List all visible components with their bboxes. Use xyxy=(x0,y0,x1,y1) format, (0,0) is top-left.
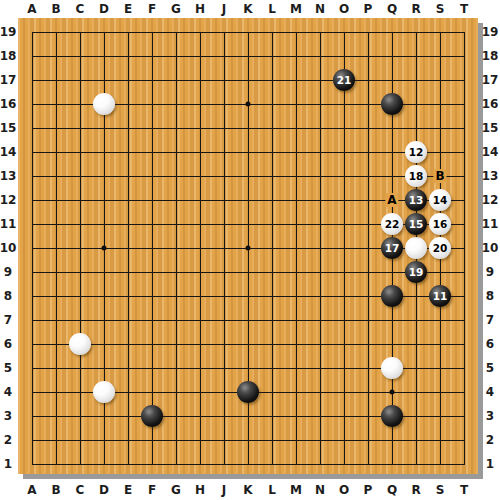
stone-white-R10 xyxy=(405,237,427,259)
coord-top-O: O xyxy=(339,2,349,16)
coord-right-10: 10 xyxy=(482,241,499,255)
move-number: 21 xyxy=(337,75,352,86)
coord-left-19: 19 xyxy=(0,25,16,39)
coord-right-4: 4 xyxy=(486,385,494,399)
marker-B: B xyxy=(433,169,446,183)
coord-bottom-T: T xyxy=(460,483,468,497)
star-point xyxy=(102,246,107,251)
coord-right-6: 6 xyxy=(486,337,494,351)
coord-bottom-L: L xyxy=(268,483,276,497)
grid-line-vertical xyxy=(272,32,273,465)
star-point xyxy=(246,246,251,251)
coord-top-H: H xyxy=(195,2,205,16)
coord-left-5: 5 xyxy=(4,361,12,375)
coord-top-B: B xyxy=(51,2,60,16)
coord-top-K: K xyxy=(243,2,252,16)
coord-top-E: E xyxy=(124,2,132,16)
coord-top-G: G xyxy=(171,2,181,16)
coord-right-2: 2 xyxy=(486,433,494,447)
coord-right-11: 11 xyxy=(482,217,499,231)
stone-black-F3 xyxy=(141,405,163,427)
grid-line-vertical xyxy=(464,32,465,465)
coord-left-1: 1 xyxy=(4,457,12,471)
grid-line-horizontal xyxy=(32,320,465,321)
stone-white-Q11: 22 xyxy=(381,213,403,235)
coord-left-12: 12 xyxy=(0,193,16,207)
stone-white-R14: 12 xyxy=(405,141,427,163)
marker-A: A xyxy=(385,193,398,207)
star-point xyxy=(390,390,395,395)
coord-right-7: 7 xyxy=(486,313,494,327)
coord-right-16: 16 xyxy=(482,97,499,111)
coord-left-14: 14 xyxy=(0,145,16,159)
stone-black-K4 xyxy=(237,381,259,403)
coord-bottom-M: M xyxy=(290,483,302,497)
stone-white-S12: 14 xyxy=(429,189,451,211)
coord-top-C: C xyxy=(76,2,85,16)
coord-right-18: 18 xyxy=(482,49,499,63)
coord-bottom-F: F xyxy=(148,483,156,497)
coord-right-12: 12 xyxy=(482,193,499,207)
stone-white-D4 xyxy=(93,381,115,403)
stone-white-R13: 18 xyxy=(405,165,427,187)
coord-left-6: 6 xyxy=(4,337,12,351)
stone-black-S8: 11 xyxy=(429,285,451,307)
coord-bottom-B: B xyxy=(51,483,60,497)
move-number: 13 xyxy=(409,195,424,206)
coord-top-T: T xyxy=(460,2,468,16)
coord-top-S: S xyxy=(436,2,445,16)
coord-right-17: 17 xyxy=(482,73,499,87)
coord-bottom-R: R xyxy=(411,483,420,497)
coord-left-7: 7 xyxy=(4,313,12,327)
move-number: 12 xyxy=(409,147,424,158)
grid-line-horizontal xyxy=(32,272,465,273)
coord-top-Q: Q xyxy=(387,2,397,16)
coord-right-5: 5 xyxy=(486,361,494,375)
move-number: 19 xyxy=(409,267,424,278)
coord-right-9: 9 xyxy=(486,265,494,279)
stone-black-R9: 19 xyxy=(405,261,427,283)
coord-bottom-A: A xyxy=(27,483,36,497)
coord-left-15: 15 xyxy=(0,121,16,135)
coord-top-P: P xyxy=(364,2,373,16)
coord-left-9: 9 xyxy=(4,265,12,279)
stone-black-Q16 xyxy=(381,93,403,115)
coord-top-M: M xyxy=(290,2,302,16)
coord-bottom-D: D xyxy=(99,483,109,497)
move-number: 20 xyxy=(433,243,448,254)
coord-left-13: 13 xyxy=(0,169,16,183)
coord-top-N: N xyxy=(315,2,325,16)
coord-bottom-G: G xyxy=(171,483,181,497)
grid-line-horizontal xyxy=(32,344,465,345)
move-number: 15 xyxy=(409,219,424,230)
coord-right-3: 3 xyxy=(486,409,494,423)
stone-white-C6 xyxy=(69,333,91,355)
stone-white-S10: 20 xyxy=(429,237,451,259)
star-point xyxy=(246,102,251,107)
coord-left-4: 4 xyxy=(4,385,12,399)
move-number: 16 xyxy=(433,219,448,230)
move-number: 22 xyxy=(385,219,400,230)
coord-bottom-S: S xyxy=(436,483,445,497)
coord-top-F: F xyxy=(148,2,156,16)
coord-bottom-K: K xyxy=(243,483,252,497)
coord-right-14: 14 xyxy=(482,145,499,159)
coord-left-11: 11 xyxy=(0,217,16,231)
coord-bottom-O: O xyxy=(339,483,349,497)
go-diagram-page: AABBCCDDEEFFGGHHJJKKLLMMNNOOPPQQRRSSTT19… xyxy=(0,0,500,500)
stone-white-D16 xyxy=(93,93,115,115)
coord-right-19: 19 xyxy=(482,25,499,39)
grid-line-vertical xyxy=(344,32,345,465)
coord-right-15: 15 xyxy=(482,121,499,135)
stone-black-O17: 21 xyxy=(333,69,355,91)
coord-top-J: J xyxy=(222,2,226,16)
coord-top-A: A xyxy=(27,2,36,16)
grid-line-horizontal xyxy=(32,464,465,465)
move-number: 11 xyxy=(433,291,448,302)
coord-bottom-C: C xyxy=(76,483,85,497)
move-number: 14 xyxy=(433,195,448,206)
coord-right-1: 1 xyxy=(486,457,494,471)
coord-top-L: L xyxy=(268,2,276,16)
coord-bottom-H: H xyxy=(195,483,205,497)
stone-black-Q10: 17 xyxy=(381,237,403,259)
move-number: 18 xyxy=(409,171,424,182)
stone-black-Q8 xyxy=(381,285,403,307)
coord-bottom-N: N xyxy=(315,483,325,497)
coord-top-R: R xyxy=(411,2,420,16)
coord-left-8: 8 xyxy=(4,289,12,303)
stone-black-R12: 13 xyxy=(405,189,427,211)
coord-left-18: 18 xyxy=(0,49,16,63)
coord-bottom-Q: Q xyxy=(387,483,397,497)
coord-bottom-P: P xyxy=(364,483,373,497)
grid-line-vertical xyxy=(296,32,297,465)
stone-white-Q5 xyxy=(381,357,403,379)
stone-black-R11: 15 xyxy=(405,213,427,235)
coord-left-16: 16 xyxy=(0,97,16,111)
coord-left-2: 2 xyxy=(4,433,12,447)
stone-black-Q3 xyxy=(381,405,403,427)
coord-right-13: 13 xyxy=(482,169,499,183)
coord-bottom-J: J xyxy=(222,483,226,497)
coord-left-10: 10 xyxy=(0,241,16,255)
coord-left-3: 3 xyxy=(4,409,12,423)
grid-line-horizontal xyxy=(32,440,465,441)
coord-bottom-E: E xyxy=(124,483,132,497)
grid-line-vertical xyxy=(320,32,321,465)
grid-line-vertical xyxy=(368,32,369,465)
coord-left-17: 17 xyxy=(0,73,16,87)
coord-top-D: D xyxy=(99,2,109,16)
move-number: 17 xyxy=(385,243,400,254)
coord-right-8: 8 xyxy=(486,289,494,303)
stone-white-S11: 16 xyxy=(429,213,451,235)
